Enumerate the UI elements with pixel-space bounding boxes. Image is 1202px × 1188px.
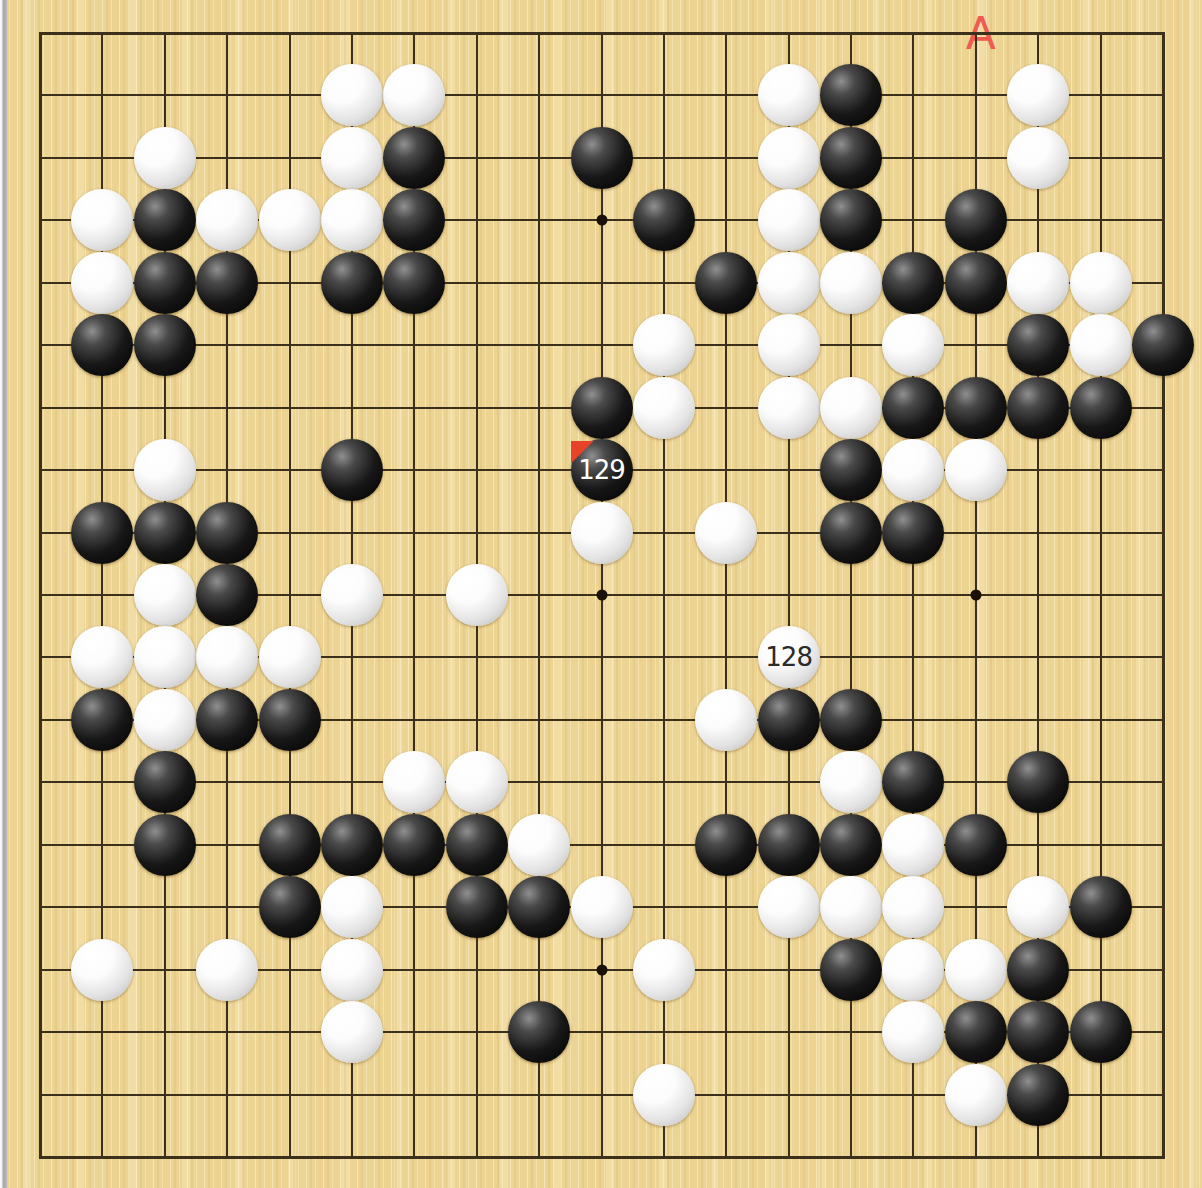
stone-white[interactable]: [446, 751, 508, 813]
stone-white[interactable]: [882, 314, 944, 376]
stone-white[interactable]: [695, 689, 757, 751]
stone-black[interactable]: [383, 252, 445, 314]
stone-white[interactable]: [882, 939, 944, 1001]
stone-black[interactable]: [820, 127, 882, 189]
stone-black[interactable]: [1070, 377, 1132, 439]
star-point: [970, 590, 981, 601]
stone-black[interactable]: [446, 876, 508, 938]
stone-white[interactable]: [633, 314, 695, 376]
star-point: [596, 964, 607, 975]
stone-black[interactable]: [134, 252, 196, 314]
stone-black[interactable]: [695, 814, 757, 876]
stone-white[interactable]: [383, 64, 445, 126]
grid-line: [725, 32, 727, 1159]
stone-black[interactable]: [882, 751, 944, 813]
stone-black[interactable]: [259, 814, 321, 876]
stone-black[interactable]: [820, 439, 882, 501]
stone-black[interactable]: [571, 377, 633, 439]
stone-black[interactable]: [321, 814, 383, 876]
stone-white[interactable]: [196, 939, 258, 1001]
stone-black[interactable]: [1070, 1001, 1132, 1063]
stone-white[interactable]: [1007, 252, 1069, 314]
stone-white[interactable]: [196, 626, 258, 688]
stone-white[interactable]: [1007, 876, 1069, 938]
stone-white[interactable]: [695, 502, 757, 564]
stone-black[interactable]: [134, 502, 196, 564]
stone-black[interactable]: [1007, 751, 1069, 813]
stone-black[interactable]: [882, 252, 944, 314]
stone-black[interactable]: [820, 939, 882, 1001]
stone-white[interactable]: [820, 751, 882, 813]
stone-white[interactable]: 128: [758, 626, 820, 688]
stone-white[interactable]: [134, 127, 196, 189]
stone-black[interactable]: [321, 439, 383, 501]
stone-white[interactable]: [71, 939, 133, 1001]
stone-white[interactable]: [758, 377, 820, 439]
stone-black[interactable]: [383, 127, 445, 189]
stone-black[interactable]: [1007, 1064, 1069, 1126]
stone-white[interactable]: [196, 189, 258, 251]
stone-white[interactable]: [820, 252, 882, 314]
stone-white[interactable]: [820, 377, 882, 439]
star-point: [596, 590, 607, 601]
stone-black[interactable]: [945, 189, 1007, 251]
stone-black[interactable]: [1007, 314, 1069, 376]
stone-white[interactable]: [758, 64, 820, 126]
stone-white[interactable]: [633, 377, 695, 439]
stone-white[interactable]: [633, 1064, 695, 1126]
stone-white[interactable]: [321, 939, 383, 1001]
stone-white[interactable]: [633, 939, 695, 1001]
go-board[interactable]: A 129128: [0, 0, 1202, 1188]
stone-white[interactable]: [571, 502, 633, 564]
stone-white[interactable]: [134, 689, 196, 751]
stone-white[interactable]: [882, 876, 944, 938]
stone-black[interactable]: [571, 127, 633, 189]
stone-black[interactable]: [945, 814, 1007, 876]
stone-black[interactable]: [196, 564, 258, 626]
stone-black[interactable]: [321, 252, 383, 314]
stone-white[interactable]: [758, 127, 820, 189]
stone-white[interactable]: [1007, 64, 1069, 126]
stone-black[interactable]: [1007, 1001, 1069, 1063]
grid-line: [1100, 32, 1102, 1159]
stone-white[interactable]: [321, 876, 383, 938]
stone-white[interactable]: [134, 439, 196, 501]
stone-white[interactable]: [508, 814, 570, 876]
stone-white[interactable]: [259, 189, 321, 251]
stone-white[interactable]: [758, 314, 820, 376]
stone-white[interactable]: [134, 626, 196, 688]
stone-white[interactable]: [571, 876, 633, 938]
stone-black[interactable]: [820, 189, 882, 251]
stone-white[interactable]: [383, 751, 445, 813]
stone-white[interactable]: [321, 64, 383, 126]
stone-white[interactable]: [758, 876, 820, 938]
stone-black[interactable]: [71, 689, 133, 751]
stone-white[interactable]: [446, 564, 508, 626]
stone-white[interactable]: [134, 564, 196, 626]
stone-black[interactable]: [196, 252, 258, 314]
stone-black[interactable]: [508, 876, 570, 938]
stone-black[interactable]: [134, 189, 196, 251]
move-number-label: 128: [765, 644, 812, 670]
stone-black[interactable]: [633, 189, 695, 251]
stone-black[interactable]: [259, 876, 321, 938]
stone-black[interactable]: [758, 689, 820, 751]
stone-white[interactable]: [882, 439, 944, 501]
star-point: [596, 215, 607, 226]
stone-white[interactable]: [820, 876, 882, 938]
stone-white[interactable]: [321, 127, 383, 189]
stone-black[interactable]: [134, 751, 196, 813]
stone-white[interactable]: [758, 252, 820, 314]
stone-black[interactable]: [71, 314, 133, 376]
stone-black[interactable]: [1007, 939, 1069, 1001]
stone-black[interactable]: [383, 189, 445, 251]
stone-white[interactable]: [1070, 314, 1132, 376]
stone-black[interactable]: [820, 814, 882, 876]
stone-black[interactable]: [196, 689, 258, 751]
stone-black[interactable]: [882, 377, 944, 439]
grid-line: [39, 1156, 1165, 1159]
stone-white[interactable]: [71, 626, 133, 688]
stone-white[interactable]: [1070, 252, 1132, 314]
stone-white[interactable]: [321, 189, 383, 251]
grid-line: [39, 781, 1165, 783]
stone-white[interactable]: [71, 252, 133, 314]
stone-black[interactable]: [820, 689, 882, 751]
grid-line: [1162, 32, 1165, 1159]
stone-black[interactable]: [259, 689, 321, 751]
stone-white[interactable]: [321, 564, 383, 626]
stone-black[interactable]: [196, 502, 258, 564]
stone-white[interactable]: [758, 189, 820, 251]
stone-white[interactable]: [945, 939, 1007, 1001]
stone-black[interactable]: [71, 502, 133, 564]
stone-black[interactable]: [758, 814, 820, 876]
stone-black[interactable]: [383, 814, 445, 876]
stone-white[interactable]: [1007, 127, 1069, 189]
move-number-label: 129: [578, 457, 625, 483]
stone-white[interactable]: [945, 1064, 1007, 1126]
stone-black[interactable]: [695, 252, 757, 314]
stone-black[interactable]: [945, 377, 1007, 439]
stone-white[interactable]: [882, 814, 944, 876]
stone-black[interactable]: [446, 814, 508, 876]
stone-white[interactable]: [71, 189, 133, 251]
stone-white[interactable]: [945, 439, 1007, 501]
stone-black[interactable]: [820, 502, 882, 564]
stone-black[interactable]: [1007, 377, 1069, 439]
stone-black[interactable]: [945, 1001, 1007, 1063]
stone-black[interactable]: [134, 314, 196, 376]
stone-white[interactable]: [321, 1001, 383, 1063]
stone-black[interactable]: [882, 502, 944, 564]
stone-white[interactable]: [259, 626, 321, 688]
stone-black[interactable]: [508, 1001, 570, 1063]
stone-black[interactable]: [1132, 314, 1194, 376]
stone-black[interactable]: [1070, 876, 1132, 938]
stone-white[interactable]: [882, 1001, 944, 1063]
stone-black[interactable]: [820, 64, 882, 126]
stone-black[interactable]: [945, 252, 1007, 314]
stone-black[interactable]: [134, 814, 196, 876]
